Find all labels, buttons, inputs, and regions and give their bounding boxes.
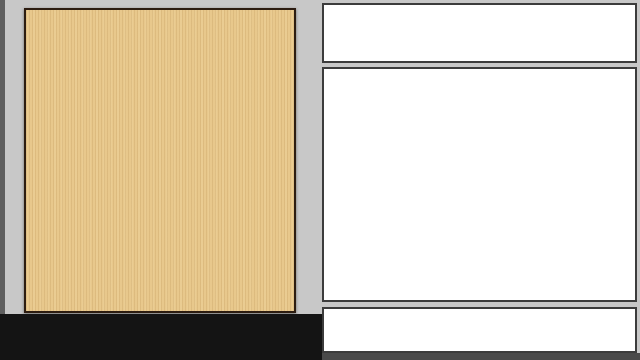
info-row-book [332,25,368,41]
hint-message-panel [322,67,637,302]
info-row-moves [485,25,521,41]
piece-grid [30,18,293,307]
info-row-title [332,9,368,25]
info-row-time [485,9,521,25]
game-info-panel [322,3,637,63]
start-practice-button[interactable] [322,307,637,353]
xiangqi-board[interactable] [24,8,296,313]
info-row-black [485,40,521,56]
bottom-edge-strip [322,353,640,360]
left-edge-strip [0,0,5,315]
toolbar-bar [0,314,322,360]
info-row-red [332,40,368,56]
